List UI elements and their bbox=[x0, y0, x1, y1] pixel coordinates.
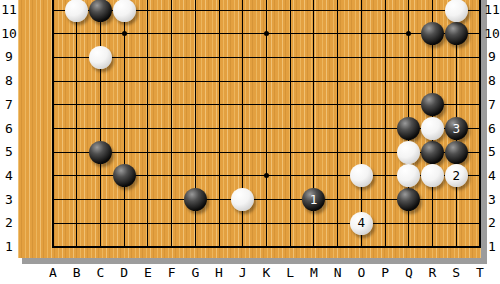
row-label-left-10: 10 bbox=[1, 26, 17, 42]
column-label-S: S bbox=[447, 265, 465, 281]
black-stone-C5[interactable] bbox=[89, 141, 112, 164]
column-label-K: K bbox=[257, 265, 275, 281]
row-label-right-10: 10 bbox=[484, 26, 500, 42]
star-point bbox=[122, 31, 127, 36]
row-label-left-11: 11 bbox=[1, 2, 17, 18]
board-shadow-bottom bbox=[22, 258, 487, 264]
row-label-right-4: 4 bbox=[484, 168, 500, 184]
column-label-J: J bbox=[234, 265, 252, 281]
row-label-right-2: 2 bbox=[484, 215, 500, 231]
black-stone-D4[interactable] bbox=[113, 164, 136, 187]
star-point bbox=[406, 31, 411, 36]
grid-line-horizontal bbox=[52, 223, 481, 224]
grid-line-vertical bbox=[52, 0, 54, 248]
white-stone-Q4[interactable] bbox=[397, 164, 420, 187]
row-label-left-4: 4 bbox=[1, 168, 17, 184]
column-label-L: L bbox=[281, 265, 299, 281]
black-stone-S10[interactable] bbox=[445, 22, 468, 45]
white-stone-C9[interactable] bbox=[89, 46, 112, 69]
row-label-left-6: 6 bbox=[1, 121, 17, 137]
column-label-E: E bbox=[139, 265, 157, 281]
white-stone-R6[interactable] bbox=[421, 117, 444, 140]
white-stone-S11[interactable] bbox=[445, 0, 468, 22]
white-stone-B11[interactable] bbox=[65, 0, 88, 22]
star-point bbox=[264, 173, 269, 178]
grid-line-vertical bbox=[100, 0, 101, 248]
column-label-Q: Q bbox=[400, 265, 418, 281]
black-stone-R10[interactable] bbox=[421, 22, 444, 45]
black-stone-R7[interactable] bbox=[421, 93, 444, 116]
row-label-right-9: 9 bbox=[484, 49, 500, 65]
white-stone-O4[interactable] bbox=[350, 164, 373, 187]
black-stone-Q6[interactable] bbox=[397, 117, 420, 140]
move-number: 4 bbox=[358, 217, 366, 229]
column-label-F: F bbox=[163, 265, 181, 281]
column-label-M: M bbox=[305, 265, 323, 281]
black-stone-G3[interactable] bbox=[184, 188, 207, 211]
row-label-left-8: 8 bbox=[1, 73, 17, 89]
column-label-O: O bbox=[352, 265, 370, 281]
grid-line-vertical bbox=[290, 0, 291, 248]
column-label-A: A bbox=[44, 265, 62, 281]
row-label-left-5: 5 bbox=[1, 144, 17, 160]
go-diagram: 3124 1110987654321 1110987654321 ABCDEFG… bbox=[0, 0, 500, 284]
white-stone-J3[interactable] bbox=[231, 188, 254, 211]
grid-line-horizontal bbox=[52, 104, 481, 105]
grid-line-vertical bbox=[124, 0, 125, 248]
column-label-H: H bbox=[210, 265, 228, 281]
black-stone-M3[interactable]: 1 bbox=[302, 188, 325, 211]
row-label-right-11: 11 bbox=[484, 2, 500, 18]
row-label-left-3: 3 bbox=[1, 192, 17, 208]
row-label-right-1: 1 bbox=[484, 239, 500, 255]
column-label-P: P bbox=[376, 265, 394, 281]
grid-line-horizontal bbox=[52, 81, 481, 82]
grid-line-horizontal bbox=[52, 57, 481, 58]
row-label-right-3: 3 bbox=[484, 192, 500, 208]
grid-line-vertical bbox=[337, 0, 338, 248]
white-stone-S4[interactable]: 2 bbox=[445, 164, 468, 187]
grid-line-vertical bbox=[385, 0, 386, 248]
column-label-G: G bbox=[186, 265, 204, 281]
black-stone-R5[interactable] bbox=[421, 141, 444, 164]
grid-line-vertical bbox=[171, 0, 172, 248]
grid-line-vertical bbox=[361, 0, 362, 248]
column-label-N: N bbox=[329, 265, 347, 281]
row-label-left-9: 9 bbox=[1, 49, 17, 65]
white-stone-R4[interactable] bbox=[421, 164, 444, 187]
row-label-left-7: 7 bbox=[1, 97, 17, 113]
row-label-right-8: 8 bbox=[484, 73, 500, 89]
white-stone-D11[interactable] bbox=[113, 0, 136, 22]
row-label-right-5: 5 bbox=[484, 144, 500, 160]
column-label-R: R bbox=[424, 265, 442, 281]
row-label-right-6: 6 bbox=[484, 121, 500, 137]
row-label-left-2: 2 bbox=[1, 215, 17, 231]
white-stone-O2[interactable]: 4 bbox=[350, 212, 373, 235]
row-label-left-1: 1 bbox=[1, 239, 17, 255]
column-label-C: C bbox=[91, 265, 109, 281]
move-number: 2 bbox=[452, 170, 460, 182]
grid-line-horizontal bbox=[52, 246, 481, 248]
go-board[interactable]: 3124 bbox=[18, 0, 481, 258]
grid-line-vertical bbox=[147, 0, 148, 248]
black-stone-C11[interactable] bbox=[89, 0, 112, 22]
column-label-T: T bbox=[471, 265, 489, 281]
column-label-B: B bbox=[68, 265, 86, 281]
grid-line-vertical bbox=[479, 0, 481, 248]
black-stone-Q3[interactable] bbox=[397, 188, 420, 211]
grid-line-vertical bbox=[76, 0, 77, 248]
grid-line-vertical bbox=[266, 0, 267, 248]
move-number: 3 bbox=[452, 123, 460, 135]
move-number: 1 bbox=[310, 194, 318, 206]
star-point bbox=[264, 31, 269, 36]
grid-line-vertical bbox=[219, 0, 220, 248]
black-stone-S5[interactable] bbox=[445, 141, 468, 164]
row-label-right-7: 7 bbox=[484, 97, 500, 113]
white-stone-Q5[interactable] bbox=[397, 141, 420, 164]
column-label-D: D bbox=[115, 265, 133, 281]
black-stone-S6[interactable]: 3 bbox=[445, 117, 468, 140]
